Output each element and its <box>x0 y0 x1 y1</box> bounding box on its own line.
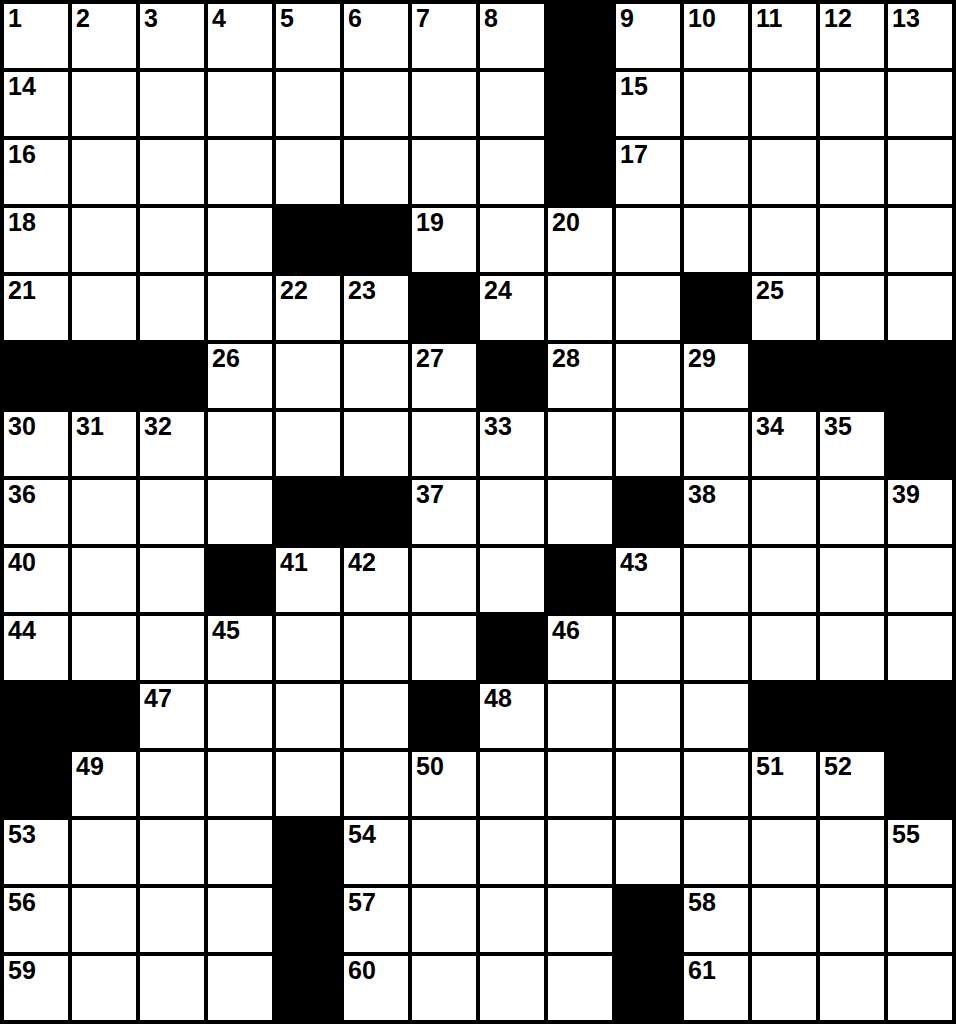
grid-cell[interactable]: 53 <box>4 820 68 884</box>
black-square <box>412 684 476 748</box>
grid-cell[interactable] <box>820 276 884 340</box>
grid-cell[interactable]: 35 <box>820 412 884 476</box>
clue-number: 10 <box>688 5 716 31</box>
clue-number: 1 <box>8 5 22 31</box>
crossword-grid: 1234567891011121314151617181920212223242… <box>0 0 956 1024</box>
grid-cell[interactable] <box>888 616 952 680</box>
grid-cell[interactable]: 33 <box>480 412 544 476</box>
grid-cell[interactable] <box>548 412 612 476</box>
grid-cell[interactable] <box>752 480 816 544</box>
grid-cell[interactable] <box>140 208 204 272</box>
grid-cell[interactable] <box>480 752 544 816</box>
black-square <box>276 480 340 544</box>
clue-number: 19 <box>416 209 444 235</box>
grid-cell[interactable] <box>140 820 204 884</box>
grid-cell[interactable] <box>548 888 612 952</box>
grid-cell[interactable] <box>208 72 272 136</box>
black-square <box>820 684 884 748</box>
grid-cell[interactable]: 25 <box>752 276 816 340</box>
grid-cell[interactable] <box>684 208 748 272</box>
clue-number: 61 <box>688 957 716 983</box>
grid-cell[interactable] <box>208 276 272 340</box>
grid-cell[interactable]: 47 <box>140 684 204 748</box>
grid-cell[interactable] <box>208 888 272 952</box>
grid-cell[interactable]: 19 <box>412 208 476 272</box>
grid-cell[interactable] <box>616 208 680 272</box>
clue-number: 49 <box>76 753 104 779</box>
grid-cell[interactable] <box>72 548 136 612</box>
clue-number: 18 <box>8 209 36 235</box>
grid-cell[interactable]: 61 <box>684 956 748 1020</box>
grid-cell[interactable] <box>684 72 748 136</box>
grid-cell[interactable] <box>412 820 476 884</box>
clue-number: 56 <box>8 889 36 915</box>
grid-cell[interactable] <box>752 888 816 952</box>
grid-cell[interactable]: 26 <box>208 344 272 408</box>
grid-cell[interactable]: 21 <box>4 276 68 340</box>
grid-cell[interactable] <box>72 616 136 680</box>
grid-cell[interactable] <box>140 752 204 816</box>
grid-cell[interactable] <box>480 956 544 1020</box>
grid-cell[interactable] <box>888 276 952 340</box>
clue-number: 46 <box>552 617 580 643</box>
grid-cell[interactable] <box>276 344 340 408</box>
grid-cell[interactable] <box>752 956 816 1020</box>
grid-cell[interactable] <box>140 888 204 952</box>
clue-number: 23 <box>348 277 376 303</box>
grid-cell[interactable] <box>344 684 408 748</box>
grid-cell[interactable] <box>412 412 476 476</box>
clue-number: 9 <box>620 5 634 31</box>
black-square <box>888 684 952 748</box>
grid-cell[interactable]: 46 <box>548 616 612 680</box>
black-square <box>412 276 476 340</box>
grid-cell[interactable] <box>276 752 340 816</box>
black-square <box>616 888 680 952</box>
clue-number: 17 <box>620 141 648 167</box>
grid-cell[interactable] <box>412 548 476 612</box>
grid-cell[interactable] <box>752 140 816 204</box>
grid-cell[interactable] <box>820 616 884 680</box>
clue-number: 33 <box>484 413 512 439</box>
grid-cell[interactable]: 11 <box>752 4 816 68</box>
grid-cell[interactable] <box>616 684 680 748</box>
grid-cell[interactable]: 17 <box>616 140 680 204</box>
clue-number: 29 <box>688 345 716 371</box>
black-square <box>548 548 612 612</box>
black-square <box>4 684 68 748</box>
grid-cell[interactable]: 58 <box>684 888 748 952</box>
grid-cell[interactable] <box>684 616 748 680</box>
grid-cell[interactable]: 10 <box>684 4 748 68</box>
grid-cell[interactable] <box>820 820 884 884</box>
black-square <box>72 684 136 748</box>
grid-cell[interactable] <box>820 956 884 1020</box>
grid-cell[interactable] <box>616 616 680 680</box>
clue-number: 39 <box>892 481 920 507</box>
clue-number: 48 <box>484 685 512 711</box>
grid-cell[interactable]: 2 <box>72 4 136 68</box>
grid-cell[interactable] <box>208 140 272 204</box>
grid-cell[interactable] <box>208 684 272 748</box>
grid-cell[interactable] <box>140 276 204 340</box>
grid-cell[interactable] <box>752 820 816 884</box>
clue-number: 14 <box>8 73 36 99</box>
grid-cell[interactable] <box>344 140 408 204</box>
grid-cell[interactable]: 36 <box>4 480 68 544</box>
grid-cell[interactable] <box>820 208 884 272</box>
grid-cell[interactable]: 39 <box>888 480 952 544</box>
clue-number: 24 <box>484 277 512 303</box>
grid-cell[interactable]: 3 <box>140 4 204 68</box>
clue-number: 60 <box>348 957 376 983</box>
grid-cell[interactable] <box>344 72 408 136</box>
clue-number: 37 <box>416 481 444 507</box>
grid-cell[interactable] <box>752 208 816 272</box>
black-square <box>4 752 68 816</box>
grid-cell[interactable] <box>72 276 136 340</box>
black-square <box>276 208 340 272</box>
black-square <box>140 344 204 408</box>
grid-cell[interactable] <box>140 956 204 1020</box>
black-square <box>480 616 544 680</box>
grid-cell[interactable] <box>72 480 136 544</box>
grid-cell[interactable] <box>684 820 748 884</box>
grid-cell[interactable] <box>616 412 680 476</box>
grid-cell[interactable] <box>548 752 612 816</box>
grid-cell[interactable]: 24 <box>480 276 544 340</box>
black-square <box>208 548 272 612</box>
grid-cell[interactable] <box>140 72 204 136</box>
clue-number: 53 <box>8 821 36 847</box>
black-square <box>616 956 680 1020</box>
grid-cell[interactable]: 50 <box>412 752 476 816</box>
clue-number: 42 <box>348 549 376 575</box>
clue-number: 43 <box>620 549 648 575</box>
grid-cell[interactable] <box>820 548 884 612</box>
grid-cell[interactable]: 59 <box>4 956 68 1020</box>
clue-number: 54 <box>348 821 376 847</box>
grid-cell[interactable]: 7 <box>412 4 476 68</box>
clue-number: 26 <box>212 345 240 371</box>
grid-cell[interactable] <box>752 72 816 136</box>
clue-number: 13 <box>892 5 920 31</box>
grid-cell[interactable] <box>616 276 680 340</box>
grid-cell[interactable]: 12 <box>820 4 884 68</box>
grid-cell[interactable]: 48 <box>480 684 544 748</box>
clue-number: 27 <box>416 345 444 371</box>
grid-cell[interactable] <box>820 480 884 544</box>
black-square <box>276 956 340 1020</box>
grid-cell[interactable]: 60 <box>344 956 408 1020</box>
grid-cell[interactable]: 5 <box>276 4 340 68</box>
grid-cell[interactable]: 29 <box>684 344 748 408</box>
clue-number: 52 <box>824 753 852 779</box>
black-square <box>684 276 748 340</box>
clue-number: 35 <box>824 413 852 439</box>
grid-cell[interactable]: 51 <box>752 752 816 816</box>
grid-cell[interactable]: 44 <box>4 616 68 680</box>
clue-number: 8 <box>484 5 498 31</box>
clue-number: 25 <box>756 277 784 303</box>
grid-cell[interactable] <box>480 140 544 204</box>
grid-cell[interactable]: 55 <box>888 820 952 884</box>
grid-cell[interactable] <box>276 72 340 136</box>
grid-cell[interactable] <box>72 888 136 952</box>
black-square <box>4 344 68 408</box>
clue-number: 7 <box>416 5 430 31</box>
grid-cell[interactable] <box>480 548 544 612</box>
clue-number: 31 <box>76 413 104 439</box>
grid-cell[interactable] <box>480 820 544 884</box>
grid-cell[interactable]: 57 <box>344 888 408 952</box>
black-square <box>752 684 816 748</box>
grid-cell[interactable] <box>140 548 204 612</box>
clue-number: 28 <box>552 345 580 371</box>
grid-cell[interactable]: 23 <box>344 276 408 340</box>
grid-cell[interactable] <box>344 344 408 408</box>
grid-cell[interactable]: 52 <box>820 752 884 816</box>
grid-cell[interactable]: 16 <box>4 140 68 204</box>
black-square <box>888 344 952 408</box>
grid-cell[interactable] <box>888 956 952 1020</box>
grid-cell[interactable]: 13 <box>888 4 952 68</box>
grid-cell[interactable]: 15 <box>616 72 680 136</box>
clue-number: 41 <box>280 549 308 575</box>
grid-cell[interactable] <box>208 820 272 884</box>
grid-cell[interactable] <box>480 72 544 136</box>
grid-cell[interactable]: 38 <box>684 480 748 544</box>
grid-cell[interactable] <box>344 616 408 680</box>
grid-cell[interactable] <box>616 344 680 408</box>
black-square <box>548 72 612 136</box>
grid-cell[interactable] <box>208 480 272 544</box>
clue-number: 30 <box>8 413 36 439</box>
grid-cell[interactable]: 41 <box>276 548 340 612</box>
grid-cell[interactable] <box>684 752 748 816</box>
grid-cell[interactable] <box>480 480 544 544</box>
clue-number: 36 <box>8 481 36 507</box>
clue-number: 55 <box>892 821 920 847</box>
grid-cell[interactable] <box>208 208 272 272</box>
grid-cell[interactable] <box>412 888 476 952</box>
black-square <box>276 888 340 952</box>
black-square <box>72 344 136 408</box>
grid-cell[interactable]: 45 <box>208 616 272 680</box>
grid-cell[interactable] <box>276 684 340 748</box>
clue-number: 45 <box>212 617 240 643</box>
black-square <box>276 820 340 884</box>
clue-number: 50 <box>416 753 444 779</box>
grid-cell[interactable] <box>888 140 952 204</box>
clue-number: 51 <box>756 753 784 779</box>
grid-cell[interactable]: 28 <box>548 344 612 408</box>
grid-cell[interactable] <box>888 72 952 136</box>
grid-cell[interactable] <box>140 140 204 204</box>
grid-cell[interactable]: 31 <box>72 412 136 476</box>
grid-cell[interactable]: 54 <box>344 820 408 884</box>
grid-cell[interactable] <box>140 480 204 544</box>
grid-cell[interactable]: 40 <box>4 548 68 612</box>
clue-number: 3 <box>144 5 158 31</box>
clue-number: 44 <box>8 617 36 643</box>
grid-cell[interactable] <box>684 412 748 476</box>
grid-cell[interactable] <box>820 72 884 136</box>
black-square <box>888 752 952 816</box>
clue-number: 32 <box>144 413 172 439</box>
grid-cell[interactable] <box>888 548 952 612</box>
grid-cell[interactable] <box>752 548 816 612</box>
grid-cell[interactable]: 49 <box>72 752 136 816</box>
black-square <box>752 344 816 408</box>
grid-cell[interactable]: 14 <box>4 72 68 136</box>
grid-cell[interactable] <box>344 412 408 476</box>
grid-cell[interactable] <box>412 72 476 136</box>
grid-cell[interactable]: 4 <box>208 4 272 68</box>
black-square <box>344 208 408 272</box>
grid-cell[interactable] <box>548 276 612 340</box>
black-square <box>480 344 544 408</box>
grid-cell[interactable]: 42 <box>344 548 408 612</box>
clue-number: 5 <box>280 5 294 31</box>
grid-cell[interactable] <box>480 888 544 952</box>
grid-cell[interactable] <box>684 684 748 748</box>
clue-number: 20 <box>552 209 580 235</box>
grid-cell[interactable] <box>480 208 544 272</box>
clue-number: 12 <box>824 5 852 31</box>
grid-cell[interactable]: 37 <box>412 480 476 544</box>
grid-cell[interactable] <box>208 752 272 816</box>
clue-number: 11 <box>756 5 782 31</box>
clue-number: 2 <box>76 5 90 31</box>
clue-number: 59 <box>8 957 36 983</box>
grid-cell[interactable]: 30 <box>4 412 68 476</box>
grid-cell[interactable] <box>752 616 816 680</box>
grid-cell[interactable] <box>208 956 272 1020</box>
grid-cell[interactable] <box>684 140 748 204</box>
grid-cell[interactable]: 32 <box>140 412 204 476</box>
grid-cell[interactable] <box>548 820 612 884</box>
grid-cell[interactable] <box>684 548 748 612</box>
grid-cell[interactable] <box>412 140 476 204</box>
clue-number: 47 <box>144 685 172 711</box>
black-square <box>548 4 612 68</box>
grid-cell[interactable] <box>412 616 476 680</box>
grid-cell[interactable] <box>72 820 136 884</box>
grid-cell[interactable]: 20 <box>548 208 612 272</box>
clue-number: 16 <box>8 141 36 167</box>
grid-cell[interactable]: 43 <box>616 548 680 612</box>
grid-cell[interactable] <box>72 208 136 272</box>
clue-number: 40 <box>8 549 36 575</box>
grid-cell[interactable]: 1 <box>4 4 68 68</box>
black-square <box>548 140 612 204</box>
clue-number: 38 <box>688 481 716 507</box>
clue-number: 22 <box>280 277 308 303</box>
grid-cell[interactable] <box>140 616 204 680</box>
grid-cell[interactable] <box>276 412 340 476</box>
clue-number: 6 <box>348 5 362 31</box>
grid-cell[interactable] <box>616 752 680 816</box>
grid-cell[interactable]: 22 <box>276 276 340 340</box>
clue-number: 57 <box>348 889 376 915</box>
grid-cell[interactable]: 27 <box>412 344 476 408</box>
grid-cell[interactable] <box>888 208 952 272</box>
grid-cell[interactable] <box>72 72 136 136</box>
clue-number: 15 <box>620 73 648 99</box>
grid-cell[interactable] <box>820 140 884 204</box>
grid-cell[interactable] <box>548 480 612 544</box>
black-square <box>616 480 680 544</box>
grid-cell[interactable] <box>616 820 680 884</box>
grid-cell[interactable]: 18 <box>4 208 68 272</box>
grid-cell[interactable]: 6 <box>344 4 408 68</box>
grid-cell[interactable] <box>412 956 476 1020</box>
black-square <box>888 412 952 476</box>
grid-cell[interactable] <box>344 752 408 816</box>
clue-number: 34 <box>756 413 784 439</box>
grid-cell[interactable] <box>276 140 340 204</box>
grid-cell[interactable] <box>72 140 136 204</box>
grid-cell[interactable] <box>888 888 952 952</box>
grid-cell[interactable]: 8 <box>480 4 544 68</box>
black-square <box>344 480 408 544</box>
grid-cell[interactable]: 56 <box>4 888 68 952</box>
black-square <box>820 344 884 408</box>
grid-cell[interactable] <box>72 956 136 1020</box>
grid-cell[interactable] <box>208 412 272 476</box>
clue-number: 21 <box>8 277 36 303</box>
grid-cell[interactable] <box>548 684 612 748</box>
clue-number: 4 <box>212 5 226 31</box>
grid-cell[interactable]: 9 <box>616 4 680 68</box>
clue-number: 58 <box>688 889 716 915</box>
grid-cell[interactable]: 34 <box>752 412 816 476</box>
grid-cell[interactable] <box>548 956 612 1020</box>
grid-cell[interactable] <box>276 616 340 680</box>
grid-cell[interactable] <box>820 888 884 952</box>
